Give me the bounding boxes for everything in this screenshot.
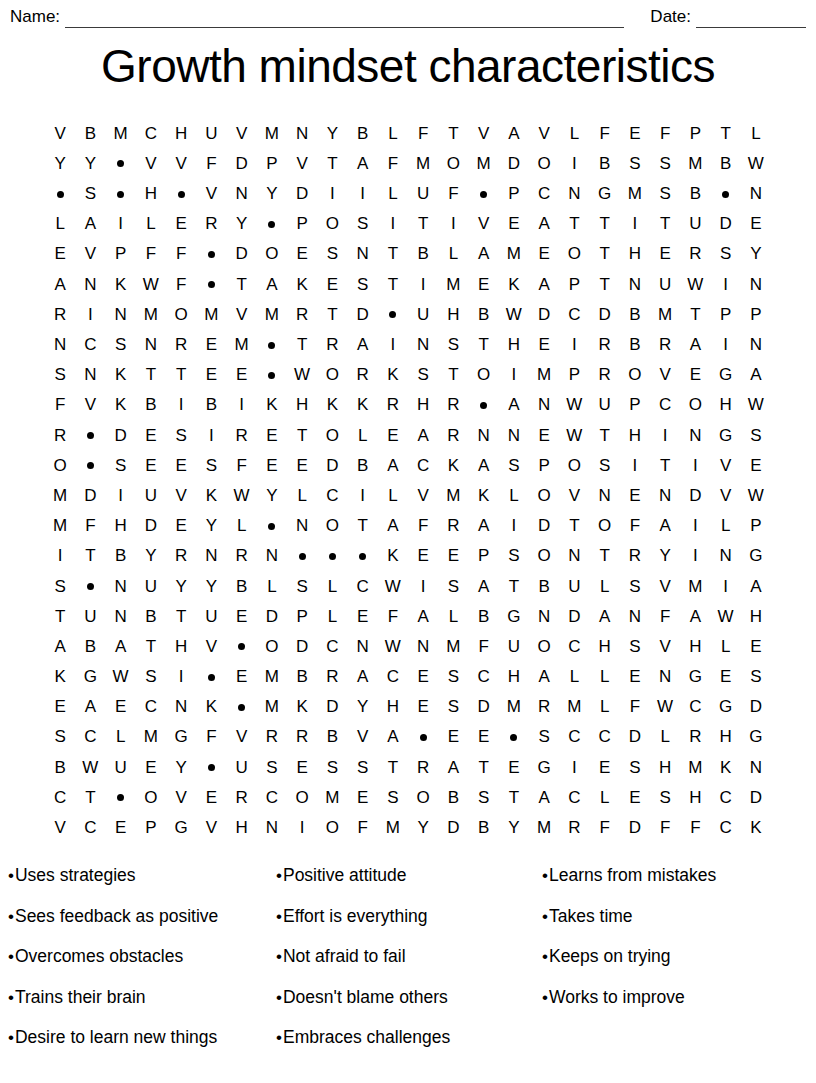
grid-cell[interactable]: A xyxy=(650,511,680,541)
grid-cell[interactable]: F xyxy=(45,390,75,420)
name-blank-line[interactable] xyxy=(65,8,624,28)
grid-cell[interactable]: U xyxy=(650,270,680,300)
grid-cell[interactable]: K xyxy=(257,390,287,420)
grid-cell[interactable]: O xyxy=(257,239,287,269)
grid-cell[interactable]: F xyxy=(196,149,226,179)
grid-cell[interactable]: C xyxy=(317,632,347,662)
grid-cell[interactable]: H xyxy=(711,722,741,752)
grid-cell[interactable]: A xyxy=(257,270,287,300)
grid-cell[interactable]: G xyxy=(741,722,771,752)
grid-cell[interactable]: S xyxy=(620,149,650,179)
grid-cell[interactable]: B xyxy=(680,179,710,209)
grid-cell[interactable]: M xyxy=(529,360,559,390)
grid-cell[interactable]: E xyxy=(136,451,166,481)
grid-cell[interactable]: D xyxy=(287,179,317,209)
grid-cell[interactable]: M xyxy=(45,481,75,511)
grid-cell[interactable]: O xyxy=(438,149,468,179)
grid-cell[interactable] xyxy=(257,330,287,360)
grid-cell[interactable]: E xyxy=(287,239,317,269)
grid-cell[interactable]: U xyxy=(408,179,438,209)
grid-cell[interactable]: B xyxy=(529,571,559,601)
grid-cell[interactable]: A xyxy=(106,632,136,662)
grid-cell[interactable] xyxy=(469,390,499,420)
grid-cell[interactable]: L xyxy=(650,722,680,752)
grid-cell[interactable]: U xyxy=(196,602,226,632)
grid-cell[interactable]: M xyxy=(499,239,529,269)
grid-cell[interactable]: E xyxy=(227,662,257,692)
grid-cell[interactable] xyxy=(75,571,105,601)
grid-cell[interactable]: U xyxy=(499,632,529,662)
grid-cell[interactable]: P xyxy=(620,390,650,420)
grid-cell[interactable]: N xyxy=(650,662,680,692)
grid-cell[interactable]: Y xyxy=(166,571,196,601)
grid-cell[interactable]: H xyxy=(590,632,620,662)
grid-cell[interactable]: I xyxy=(287,813,317,843)
grid-cell[interactable] xyxy=(257,511,287,541)
grid-cell[interactable]: D xyxy=(227,149,257,179)
grid-cell[interactable]: Y xyxy=(408,813,438,843)
grid-cell[interactable]: Y xyxy=(257,481,287,511)
grid-cell[interactable]: E xyxy=(499,209,529,239)
grid-cell[interactable]: Y xyxy=(227,209,257,239)
grid-cell[interactable]: G xyxy=(711,420,741,450)
grid-cell[interactable]: O xyxy=(408,783,438,813)
grid-cell[interactable]: E xyxy=(196,783,226,813)
grid-cell[interactable]: N xyxy=(136,330,166,360)
grid-cell[interactable]: Y xyxy=(499,813,529,843)
grid-cell[interactable]: A xyxy=(438,753,468,783)
grid-cell[interactable]: F xyxy=(227,451,257,481)
grid-cell[interactable]: T xyxy=(559,511,589,541)
grid-cell[interactable]: E xyxy=(227,602,257,632)
grid-cell[interactable]: I xyxy=(559,330,589,360)
grid-cell[interactable]: L xyxy=(590,783,620,813)
grid-cell[interactable]: P xyxy=(257,149,287,179)
grid-cell[interactable]: K xyxy=(45,662,75,692)
grid-cell[interactable]: N xyxy=(287,119,317,149)
grid-cell[interactable]: I xyxy=(680,541,710,571)
grid-cell[interactable]: S xyxy=(106,451,136,481)
grid-cell[interactable]: Y xyxy=(166,753,196,783)
grid-cell[interactable]: V xyxy=(711,481,741,511)
grid-cell[interactable]: B xyxy=(287,662,317,692)
grid-cell[interactable]: K xyxy=(317,390,347,420)
grid-cell[interactable]: K xyxy=(469,481,499,511)
grid-cell[interactable]: V xyxy=(196,179,226,209)
grid-cell[interactable]: A xyxy=(378,511,408,541)
grid-cell[interactable]: E xyxy=(45,692,75,722)
grid-cell[interactable]: R xyxy=(227,783,257,813)
grid-cell[interactable]: S xyxy=(136,662,166,692)
grid-cell[interactable]: H xyxy=(680,632,710,662)
grid-cell[interactable]: E xyxy=(529,420,559,450)
grid-cell[interactable]: C xyxy=(408,451,438,481)
grid-cell[interactable]: U xyxy=(106,753,136,783)
grid-cell[interactable]: M xyxy=(438,270,468,300)
grid-cell[interactable]: O xyxy=(559,451,589,481)
grid-cell[interactable]: T xyxy=(227,270,257,300)
grid-cell[interactable]: R xyxy=(529,692,559,722)
grid-cell[interactable]: W xyxy=(559,390,589,420)
grid-cell[interactable]: N xyxy=(529,602,559,632)
grid-cell[interactable] xyxy=(106,179,136,209)
grid-cell[interactable]: E xyxy=(620,119,650,149)
grid-cell[interactable]: P xyxy=(469,541,499,571)
grid-cell[interactable]: L xyxy=(741,119,771,149)
grid-cell[interactable]: B xyxy=(469,813,499,843)
grid-cell[interactable]: C xyxy=(559,783,589,813)
grid-cell[interactable]: E xyxy=(136,753,166,783)
grid-cell[interactable]: E xyxy=(650,239,680,269)
grid-cell[interactable]: A xyxy=(680,330,710,360)
grid-cell[interactable]: V xyxy=(348,722,378,752)
grid-cell[interactable]: T xyxy=(469,330,499,360)
grid-cell[interactable]: S xyxy=(499,451,529,481)
grid-cell[interactable]: L xyxy=(438,602,468,632)
grid-cell[interactable]: V xyxy=(408,481,438,511)
grid-cell[interactable]: V xyxy=(75,390,105,420)
grid-cell[interactable]: F xyxy=(590,813,620,843)
grid-cell[interactable]: N xyxy=(257,541,287,571)
grid-cell[interactable]: C xyxy=(590,722,620,752)
grid-cell[interactable]: K xyxy=(287,692,317,722)
grid-cell[interactable]: F xyxy=(650,813,680,843)
grid-cell[interactable]: I xyxy=(106,209,136,239)
grid-cell[interactable]: R xyxy=(438,390,468,420)
grid-cell[interactable]: M xyxy=(438,632,468,662)
grid-cell[interactable]: C xyxy=(136,119,166,149)
grid-cell[interactable]: S xyxy=(438,330,468,360)
grid-cell[interactable]: H xyxy=(711,390,741,420)
grid-cell[interactable]: T xyxy=(499,571,529,601)
grid-cell[interactable]: I xyxy=(499,360,529,390)
grid-cell[interactable]: M xyxy=(408,149,438,179)
grid-cell[interactable]: M xyxy=(317,783,347,813)
grid-cell[interactable]: P xyxy=(680,119,710,149)
grid-cell[interactable]: I xyxy=(196,420,226,450)
grid-cell[interactable]: C xyxy=(711,783,741,813)
grid-cell[interactable]: F xyxy=(166,239,196,269)
grid-cell[interactable]: R xyxy=(257,722,287,752)
grid-cell[interactable]: E xyxy=(317,270,347,300)
grid-cell[interactable] xyxy=(106,149,136,179)
grid-cell[interactable]: N xyxy=(348,239,378,269)
grid-cell[interactable]: R xyxy=(317,662,347,692)
grid-cell[interactable]: K xyxy=(106,360,136,390)
grid-cell[interactable]: W xyxy=(106,662,136,692)
grid-cell[interactable]: O xyxy=(317,360,347,390)
grid-cell[interactable]: R xyxy=(438,420,468,450)
grid-cell[interactable]: D xyxy=(590,300,620,330)
grid-cell[interactable]: T xyxy=(166,360,196,390)
grid-cell[interactable]: C xyxy=(378,662,408,692)
grid-cell[interactable]: E xyxy=(287,753,317,783)
grid-cell[interactable]: P xyxy=(559,270,589,300)
grid-cell[interactable]: L xyxy=(378,481,408,511)
grid-cell[interactable]: F xyxy=(378,149,408,179)
grid-cell[interactable]: C xyxy=(650,390,680,420)
grid-cell[interactable]: R xyxy=(227,541,257,571)
grid-cell[interactable]: L xyxy=(227,511,257,541)
grid-cell[interactable]: W xyxy=(287,360,317,390)
grid-cell[interactable]: A xyxy=(680,602,710,632)
grid-cell[interactable]: M xyxy=(620,179,650,209)
grid-cell[interactable]: I xyxy=(650,420,680,450)
grid-cell[interactable]: D xyxy=(741,783,771,813)
grid-cell[interactable]: I xyxy=(620,209,650,239)
grid-cell[interactable]: D xyxy=(620,813,650,843)
grid-cell[interactable]: M xyxy=(196,300,226,330)
grid-cell[interactable]: S xyxy=(620,632,650,662)
grid-cell[interactable]: P xyxy=(741,511,771,541)
grid-cell[interactable]: E xyxy=(499,753,529,783)
grid-cell[interactable]: L xyxy=(711,632,741,662)
grid-cell[interactable]: H xyxy=(620,420,650,450)
grid-cell[interactable]: B xyxy=(136,390,166,420)
grid-cell[interactable]: C xyxy=(136,692,166,722)
grid-cell[interactable]: T xyxy=(590,541,620,571)
grid-cell[interactable]: N xyxy=(741,179,771,209)
grid-cell[interactable]: T xyxy=(378,239,408,269)
grid-cell[interactable]: C xyxy=(348,571,378,601)
grid-cell[interactable]: F xyxy=(378,602,408,632)
grid-cell[interactable]: F xyxy=(650,119,680,149)
grid-cell[interactable]: W xyxy=(378,632,408,662)
grid-cell[interactable]: S xyxy=(106,330,136,360)
grid-cell[interactable]: W xyxy=(227,481,257,511)
grid-cell[interactable]: L xyxy=(317,571,347,601)
grid-cell[interactable]: I xyxy=(106,481,136,511)
grid-cell[interactable]: L xyxy=(378,179,408,209)
grid-cell[interactable]: S xyxy=(469,783,499,813)
grid-cell[interactable]: I xyxy=(75,300,105,330)
grid-cell[interactable]: S xyxy=(438,662,468,692)
grid-cell[interactable]: M xyxy=(257,119,287,149)
grid-cell[interactable]: H xyxy=(106,511,136,541)
grid-cell[interactable]: R xyxy=(590,330,620,360)
grid-cell[interactable]: I xyxy=(499,511,529,541)
grid-cell[interactable]: U xyxy=(559,571,589,601)
grid-cell[interactable]: G xyxy=(590,179,620,209)
grid-cell[interactable]: O xyxy=(166,300,196,330)
grid-cell[interactable]: A xyxy=(469,239,499,269)
grid-cell[interactable]: N xyxy=(196,541,226,571)
grid-cell[interactable]: P xyxy=(106,239,136,269)
grid-cell[interactable]: F xyxy=(166,270,196,300)
grid-cell[interactable]: I xyxy=(438,209,468,239)
grid-cell[interactable]: F xyxy=(620,511,650,541)
grid-cell[interactable]: I xyxy=(559,149,589,179)
grid-cell[interactable]: R xyxy=(227,420,257,450)
grid-cell[interactable]: I xyxy=(408,270,438,300)
grid-cell[interactable]: V xyxy=(227,300,257,330)
grid-cell[interactable]: B xyxy=(469,602,499,632)
grid-cell[interactable] xyxy=(196,753,226,783)
grid-cell[interactable]: S xyxy=(348,270,378,300)
grid-cell[interactable]: T xyxy=(469,753,499,783)
grid-cell[interactable]: V xyxy=(227,722,257,752)
grid-cell[interactable]: S xyxy=(348,753,378,783)
grid-cell[interactable]: V xyxy=(166,783,196,813)
grid-cell[interactable]: E xyxy=(408,662,438,692)
grid-cell[interactable]: B xyxy=(348,119,378,149)
grid-cell[interactable]: I xyxy=(348,481,378,511)
grid-cell[interactable]: Y xyxy=(348,692,378,722)
grid-cell[interactable]: I xyxy=(711,270,741,300)
grid-cell[interactable]: A xyxy=(529,209,559,239)
grid-cell[interactable]: E xyxy=(620,662,650,692)
grid-cell[interactable] xyxy=(196,662,226,692)
grid-cell[interactable]: W xyxy=(680,270,710,300)
grid-cell[interactable]: D xyxy=(75,481,105,511)
grid-cell[interactable]: M xyxy=(257,300,287,330)
grid-cell[interactable]: R xyxy=(166,330,196,360)
grid-cell[interactable]: O xyxy=(45,451,75,481)
grid-cell[interactable]: S xyxy=(438,692,468,722)
grid-cell[interactable]: N xyxy=(106,300,136,330)
grid-cell[interactable]: V xyxy=(650,571,680,601)
grid-cell[interactable]: A xyxy=(741,571,771,601)
grid-cell[interactable]: A xyxy=(378,722,408,752)
grid-cell[interactable]: M xyxy=(45,511,75,541)
grid-cell[interactable]: D xyxy=(559,602,589,632)
grid-cell[interactable]: T xyxy=(590,209,620,239)
grid-cell[interactable]: D xyxy=(499,149,529,179)
grid-cell[interactable]: M xyxy=(499,692,529,722)
grid-cell[interactable]: R xyxy=(166,541,196,571)
grid-cell[interactable]: R xyxy=(196,209,226,239)
grid-cell[interactable]: T xyxy=(650,209,680,239)
grid-cell[interactable] xyxy=(196,270,226,300)
grid-cell[interactable]: C xyxy=(257,783,287,813)
grid-cell[interactable]: L xyxy=(590,692,620,722)
grid-cell[interactable]: S xyxy=(348,209,378,239)
grid-cell[interactable]: Y xyxy=(75,149,105,179)
grid-cell[interactable]: B xyxy=(408,239,438,269)
grid-cell[interactable]: N xyxy=(620,270,650,300)
grid-cell[interactable]: H xyxy=(227,813,257,843)
grid-cell[interactable] xyxy=(227,692,257,722)
grid-cell[interactable]: L xyxy=(348,420,378,450)
grid-cell[interactable]: R xyxy=(287,300,317,330)
grid-cell[interactable]: T xyxy=(438,360,468,390)
grid-cell[interactable]: A xyxy=(348,662,378,692)
grid-cell[interactable]: D xyxy=(469,692,499,722)
grid-cell[interactable]: A xyxy=(348,330,378,360)
grid-cell[interactable]: M xyxy=(257,662,287,692)
grid-cell[interactable]: E xyxy=(408,541,438,571)
grid-cell[interactable]: L xyxy=(590,571,620,601)
grid-cell[interactable]: A xyxy=(741,360,771,390)
grid-cell[interactable]: E xyxy=(680,360,710,390)
grid-cell[interactable]: V xyxy=(287,149,317,179)
grid-cell[interactable]: H xyxy=(408,390,438,420)
grid-cell[interactable]: T xyxy=(559,209,589,239)
grid-cell[interactable] xyxy=(106,783,136,813)
grid-cell[interactable]: S xyxy=(650,783,680,813)
grid-cell[interactable]: C xyxy=(680,692,710,722)
grid-cell[interactable]: K xyxy=(711,753,741,783)
grid-cell[interactable]: G xyxy=(75,662,105,692)
grid-cell[interactable]: R xyxy=(45,420,75,450)
grid-cell[interactable]: K xyxy=(378,360,408,390)
grid-cell[interactable]: G xyxy=(166,722,196,752)
grid-cell[interactable]: C xyxy=(559,722,589,752)
grid-cell[interactable]: P xyxy=(559,360,589,390)
grid-cell[interactable]: S xyxy=(438,571,468,601)
grid-cell[interactable]: D xyxy=(741,692,771,722)
grid-cell[interactable]: D xyxy=(529,300,559,330)
grid-cell[interactable]: I xyxy=(620,451,650,481)
grid-cell[interactable]: S xyxy=(620,753,650,783)
grid-cell[interactable]: A xyxy=(348,149,378,179)
grid-cell[interactable]: M xyxy=(136,300,166,330)
grid-cell[interactable]: B xyxy=(438,783,468,813)
grid-cell[interactable]: S xyxy=(166,420,196,450)
grid-cell[interactable]: N xyxy=(166,692,196,722)
grid-cell[interactable]: L xyxy=(257,571,287,601)
grid-cell[interactable]: E xyxy=(45,239,75,269)
grid-cell[interactable]: M xyxy=(227,330,257,360)
grid-cell[interactable]: G xyxy=(741,541,771,571)
grid-cell[interactable]: E xyxy=(196,330,226,360)
grid-cell[interactable]: G xyxy=(166,813,196,843)
grid-cell[interactable] xyxy=(257,209,287,239)
grid-cell[interactable]: I xyxy=(166,662,196,692)
grid-cell[interactable]: N xyxy=(348,632,378,662)
grid-cell[interactable]: S xyxy=(317,753,347,783)
grid-cell[interactable]: T xyxy=(136,360,166,390)
date-blank-line[interactable] xyxy=(696,8,806,28)
grid-cell[interactable]: F xyxy=(650,602,680,632)
grid-cell[interactable]: V xyxy=(469,209,499,239)
grid-cell[interactable]: G xyxy=(529,753,559,783)
grid-cell[interactable]: C xyxy=(75,722,105,752)
grid-cell[interactable] xyxy=(469,179,499,209)
grid-cell[interactable]: L xyxy=(378,119,408,149)
grid-cell[interactable]: G xyxy=(680,662,710,692)
grid-cell[interactable]: D xyxy=(529,511,559,541)
grid-cell[interactable]: N xyxy=(529,390,559,420)
grid-cell[interactable]: I xyxy=(680,511,710,541)
grid-cell[interactable]: L xyxy=(711,511,741,541)
grid-cell[interactable]: F xyxy=(408,511,438,541)
grid-cell[interactable] xyxy=(408,722,438,752)
grid-cell[interactable] xyxy=(196,239,226,269)
grid-cell[interactable]: D xyxy=(317,451,347,481)
grid-cell[interactable]: K xyxy=(499,270,529,300)
grid-cell[interactable]: S xyxy=(257,753,287,783)
grid-cell[interactable]: S xyxy=(650,149,680,179)
grid-cell[interactable]: N xyxy=(287,511,317,541)
grid-cell[interactable]: N xyxy=(590,481,620,511)
grid-cell[interactable]: M xyxy=(378,813,408,843)
grid-cell[interactable]: G xyxy=(711,692,741,722)
grid-cell[interactable]: E xyxy=(196,360,226,390)
grid-cell[interactable]: D xyxy=(620,722,650,752)
grid-cell[interactable]: O xyxy=(136,783,166,813)
grid-cell[interactable]: B xyxy=(196,390,226,420)
grid-cell[interactable]: O xyxy=(317,420,347,450)
grid-cell[interactable]: N xyxy=(45,330,75,360)
grid-cell[interactable]: H xyxy=(499,330,529,360)
grid-cell[interactable]: L xyxy=(106,722,136,752)
grid-cell[interactable]: V xyxy=(469,119,499,149)
grid-cell[interactable]: E xyxy=(348,602,378,632)
grid-cell[interactable]: V xyxy=(196,813,226,843)
grid-cell[interactable]: I xyxy=(348,179,378,209)
grid-cell[interactable]: A xyxy=(469,511,499,541)
